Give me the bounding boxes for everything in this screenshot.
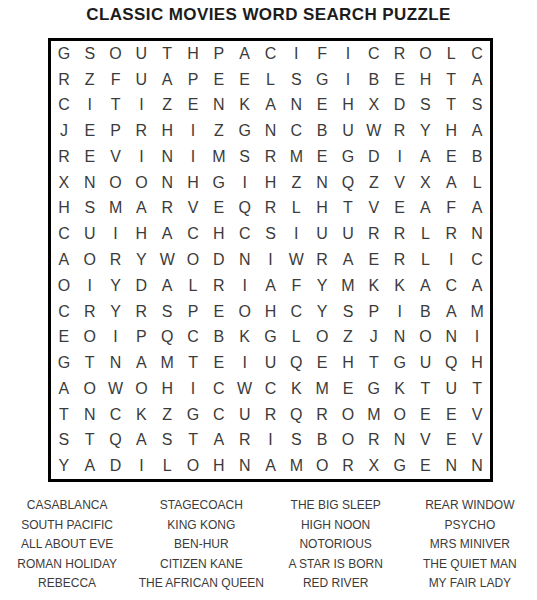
grid-cell-r1c8: A bbox=[232, 41, 258, 67]
grid-cell-r9c16: I bbox=[438, 247, 464, 273]
grid-cell-r1c15: O bbox=[413, 41, 439, 67]
grid-cell-r10c16: C bbox=[438, 273, 464, 299]
grid-cell-r6c13: Z bbox=[361, 170, 387, 196]
grid-cell-r1c10: I bbox=[283, 41, 309, 67]
grid-cell-r11c10: C bbox=[283, 299, 309, 325]
grid-cell-r9c1: A bbox=[51, 247, 77, 273]
grid-cell-r8c17: N bbox=[464, 221, 490, 247]
grid-cell-r17c16: N bbox=[438, 453, 464, 479]
grid-cell-r13c9: U bbox=[258, 350, 284, 376]
grid-cell-r1c9: C bbox=[258, 41, 284, 67]
word-list-item: PSYCHO bbox=[403, 516, 537, 536]
word-list-item: THE QUIET MAN bbox=[403, 555, 537, 575]
grid-cell-r7c9: R bbox=[258, 196, 284, 222]
grid-cell-r2c4: U bbox=[128, 67, 154, 93]
grid-cell-r17c5: L bbox=[154, 453, 180, 479]
grid-cell-r15c17: V bbox=[464, 402, 490, 428]
grid-cell-r10c12: M bbox=[335, 273, 361, 299]
grid-cell-r10c13: K bbox=[361, 273, 387, 299]
grid-cell-r8c4: H bbox=[128, 221, 154, 247]
grid-cell-r16c17: V bbox=[464, 427, 490, 453]
grid-cell-r10c6: L bbox=[180, 273, 206, 299]
grid-cell-r2c16: T bbox=[438, 67, 464, 93]
grid-cell-r12c14: N bbox=[387, 324, 413, 350]
grid-cell-r13c4: A bbox=[128, 350, 154, 376]
grid-cell-r9c9: I bbox=[258, 247, 284, 273]
grid-cell-r6c3: O bbox=[103, 170, 129, 196]
grid-cell-r14c5: H bbox=[154, 376, 180, 402]
grid-cell-r4c16: H bbox=[438, 118, 464, 144]
grid-cell-r8c2: U bbox=[77, 221, 103, 247]
grid-cell-r7c14: E bbox=[387, 196, 413, 222]
grid-cell-r11c3: Y bbox=[103, 299, 129, 325]
grid-cell-r16c2: T bbox=[77, 427, 103, 453]
grid-cell-r12c1: E bbox=[51, 324, 77, 350]
grid-cell-r2c9: L bbox=[258, 67, 284, 93]
grid-cell-r7c13: V bbox=[361, 196, 387, 222]
grid-cell-r11c6: P bbox=[180, 299, 206, 325]
grid-cell-r4c2: E bbox=[77, 118, 103, 144]
grid-cell-r16c4: A bbox=[128, 427, 154, 453]
grid-cell-r6c1: X bbox=[51, 170, 77, 196]
grid-cell-r17c17: N bbox=[464, 453, 490, 479]
grid-cell-r9c7: D bbox=[206, 247, 232, 273]
grid-cell-r10c5: A bbox=[154, 273, 180, 299]
grid-cell-r17c3: D bbox=[103, 453, 129, 479]
grid-cell-r8c15: L bbox=[413, 221, 439, 247]
grid-cell-r12c6: C bbox=[180, 324, 206, 350]
grid-cell-r17c6: O bbox=[180, 453, 206, 479]
grid-cell-r3c7: N bbox=[206, 93, 232, 119]
grid-cell-r4c7: Z bbox=[206, 118, 232, 144]
grid-cell-r15c3: C bbox=[103, 402, 129, 428]
grid-cell-r8c5: A bbox=[154, 221, 180, 247]
grid-cell-r5c17: B bbox=[464, 144, 490, 170]
grid-cell-r12c12: Z bbox=[335, 324, 361, 350]
word-list-item: BEN-HUR bbox=[134, 535, 268, 555]
grid-cell-r3c6: E bbox=[180, 93, 206, 119]
grid-cell-r1c4: U bbox=[128, 41, 154, 67]
grid-cell-r16c9: I bbox=[258, 427, 284, 453]
grid-cell-r8c12: U bbox=[335, 221, 361, 247]
grid-cell-r17c12: R bbox=[335, 453, 361, 479]
grid-cell-r1c5: T bbox=[154, 41, 180, 67]
grid-cell-r4c8: G bbox=[232, 118, 258, 144]
grid-cell-r9c5: W bbox=[154, 247, 180, 273]
grid-cell-r6c4: O bbox=[128, 170, 154, 196]
grid-cell-r15c6: G bbox=[180, 402, 206, 428]
grid-cell-r4c4: R bbox=[128, 118, 154, 144]
grid-cell-r16c16: E bbox=[438, 427, 464, 453]
grid-cell-r11c9: H bbox=[258, 299, 284, 325]
word-list-column-1: CASABLANCASOUTH PACIFICALL ABOUT EVEROMA… bbox=[0, 496, 134, 594]
grid-cell-r7c5: R bbox=[154, 196, 180, 222]
grid-cell-r9c8: N bbox=[232, 247, 258, 273]
grid-cell-r14c3: W bbox=[103, 376, 129, 402]
grid-cell-r2c17: A bbox=[464, 67, 490, 93]
grid-cell-r16c5: S bbox=[154, 427, 180, 453]
grid-cell-r16c13: R bbox=[361, 427, 387, 453]
grid-cell-r6c7: G bbox=[206, 170, 232, 196]
grid-cell-r17c15: E bbox=[413, 453, 439, 479]
grid-cell-r5c5: N bbox=[154, 144, 180, 170]
word-list-item: REBECCA bbox=[0, 574, 134, 594]
grid-cell-r16c7: A bbox=[206, 427, 232, 453]
grid-cell-r7c6: V bbox=[180, 196, 206, 222]
grid-cell-r7c16: F bbox=[438, 196, 464, 222]
grid-cell-r1c13: C bbox=[361, 41, 387, 67]
grid-cell-r11c13: P bbox=[361, 299, 387, 325]
grid-cell-r2c7: E bbox=[206, 67, 232, 93]
grid-cell-r9c2: O bbox=[77, 247, 103, 273]
grid-cell-r3c13: X bbox=[361, 93, 387, 119]
grid-cell-r15c15: E bbox=[413, 402, 439, 428]
grid-cell-r16c12: O bbox=[335, 427, 361, 453]
grid-cell-r8c7: H bbox=[206, 221, 232, 247]
grid-cell-r7c15: A bbox=[413, 196, 439, 222]
grid-cell-r15c16: E bbox=[438, 402, 464, 428]
grid-cell-r4c12: U bbox=[335, 118, 361, 144]
grid-cell-r11c5: S bbox=[154, 299, 180, 325]
grid-cell-r2c6: P bbox=[180, 67, 206, 93]
grid-cell-r7c12: T bbox=[335, 196, 361, 222]
word-list-item: KING KONG bbox=[134, 516, 268, 536]
grid-cell-r1c7: P bbox=[206, 41, 232, 67]
grid-cell-r8c11: U bbox=[309, 221, 335, 247]
grid-cell-r13c10: Q bbox=[283, 350, 309, 376]
grid-cell-r17c4: I bbox=[128, 453, 154, 479]
grid-cell-r6c10: Z bbox=[283, 170, 309, 196]
grid-cell-r10c14: K bbox=[387, 273, 413, 299]
grid-cell-r14c4: O bbox=[128, 376, 154, 402]
grid-cell-r8c1: C bbox=[51, 221, 77, 247]
grid-cell-r11c16: A bbox=[438, 299, 464, 325]
grid-cell-r8c10: I bbox=[283, 221, 309, 247]
grid-cell-r7c2: S bbox=[77, 196, 103, 222]
grid-cell-r4c3: P bbox=[103, 118, 129, 144]
grid-cell-r13c7: E bbox=[206, 350, 232, 376]
grid-cell-r10c17: A bbox=[464, 273, 490, 299]
word-list-item: CASABLANCA bbox=[0, 496, 134, 516]
grid-cell-r11c11: Y bbox=[309, 299, 335, 325]
grid-cell-r7c1: H bbox=[51, 196, 77, 222]
word-list-column-4: REAR WINDOWPSYCHOMRS MINIVERTHE QUIET MA… bbox=[403, 496, 537, 594]
grid-cell-r8c9: S bbox=[258, 221, 284, 247]
grid-cell-r13c13: T bbox=[361, 350, 387, 376]
grid-cell-r9c15: L bbox=[413, 247, 439, 273]
grid-cell-r2c2: Z bbox=[77, 67, 103, 93]
grid-cell-r2c13: B bbox=[361, 67, 387, 93]
grid-cell-r8c6: C bbox=[180, 221, 206, 247]
grid-cell-r11c15: B bbox=[413, 299, 439, 325]
grid-cell-r14c7: C bbox=[206, 376, 232, 402]
grid-cell-r15c12: O bbox=[335, 402, 361, 428]
grid-cell-r5c9: R bbox=[258, 144, 284, 170]
grid-cell-r6c15: X bbox=[413, 170, 439, 196]
word-list-item: RED RIVER bbox=[269, 574, 403, 594]
grid-cell-r14c9: C bbox=[258, 376, 284, 402]
grid-cell-r9c12: A bbox=[335, 247, 361, 273]
word-search-grid: GSOUTHPACIFICROLCRZFUAPEELSGIBEHTACITIZE… bbox=[48, 38, 493, 482]
grid-cell-r7c17: A bbox=[464, 196, 490, 222]
word-list-item: ROMAN HOLIDAY bbox=[0, 555, 134, 575]
grid-cell-r17c8: N bbox=[232, 453, 258, 479]
grid-cell-r9c10: W bbox=[283, 247, 309, 273]
grid-cell-r6c6: H bbox=[180, 170, 206, 196]
grid-cell-r12c7: B bbox=[206, 324, 232, 350]
grid-cell-r2c3: F bbox=[103, 67, 129, 93]
grid-cell-r9c4: Y bbox=[128, 247, 154, 273]
word-list-column-2: STAGECOACHKING KONGBEN-HURCITIZEN KANETH… bbox=[134, 496, 268, 594]
grid-cell-r5c6: I bbox=[180, 144, 206, 170]
grid-cell-r17c14: G bbox=[387, 453, 413, 479]
grid-cell-r7c3: M bbox=[103, 196, 129, 222]
grid-cell-r9c11: R bbox=[309, 247, 335, 273]
grid-cell-r6c17: L bbox=[464, 170, 490, 196]
grid-cell-r15c8: U bbox=[232, 402, 258, 428]
grid-cell-r14c17: T bbox=[464, 376, 490, 402]
grid-cell-r10c7: R bbox=[206, 273, 232, 299]
word-list-item: MRS MINIVER bbox=[403, 535, 537, 555]
grid-cell-r1c3: O bbox=[103, 41, 129, 67]
grid-cell-r16c1: S bbox=[51, 427, 77, 453]
grid-cell-r6c9: H bbox=[258, 170, 284, 196]
grid-cell-r4c11: B bbox=[309, 118, 335, 144]
grid-cell-r5c15: A bbox=[413, 144, 439, 170]
page-title: CLASSIC MOVIES WORD SEARCH PUZZLE bbox=[0, 5, 537, 25]
grid-cell-r8c14: R bbox=[387, 221, 413, 247]
grid-cell-r15c14: O bbox=[387, 402, 413, 428]
grid-cell-r11c2: R bbox=[77, 299, 103, 325]
word-list-item: NOTORIOUS bbox=[269, 535, 403, 555]
grid-cell-r2c15: H bbox=[413, 67, 439, 93]
grid-cell-r5c13: D bbox=[361, 144, 387, 170]
word-list-item: HIGH NOON bbox=[269, 516, 403, 536]
word-list-item: SOUTH PACIFIC bbox=[0, 516, 134, 536]
grid-cell-r11c7: E bbox=[206, 299, 232, 325]
grid-cell-r4c17: A bbox=[464, 118, 490, 144]
grid-cell-r10c15: A bbox=[413, 273, 439, 299]
grid-cell-r5c16: E bbox=[438, 144, 464, 170]
grid-cell-r14c11: M bbox=[309, 376, 335, 402]
grid-cell-r17c13: X bbox=[361, 453, 387, 479]
grid-cell-r5c11: E bbox=[309, 144, 335, 170]
grid-cell-r13c14: G bbox=[387, 350, 413, 376]
grid-cell-r9c6: O bbox=[180, 247, 206, 273]
grid-cell-r16c11: B bbox=[309, 427, 335, 453]
grid-cell-r4c14: R bbox=[387, 118, 413, 144]
grid-cell-r14c10: K bbox=[283, 376, 309, 402]
grid-cell-r1c12: I bbox=[335, 41, 361, 67]
grid-cell-r6c14: V bbox=[387, 170, 413, 196]
grid-cell-r6c12: Q bbox=[335, 170, 361, 196]
grid-cell-r7c8: Q bbox=[232, 196, 258, 222]
grid-cell-r12c11: O bbox=[309, 324, 335, 350]
grid-cell-r6c2: N bbox=[77, 170, 103, 196]
grid-cell-r12c10: L bbox=[283, 324, 309, 350]
grid-cell-r1c1: G bbox=[51, 41, 77, 67]
grid-cell-r16c15: V bbox=[413, 427, 439, 453]
grid-cell-r13c16: Q bbox=[438, 350, 464, 376]
grid-cell-r12c3: I bbox=[103, 324, 129, 350]
grid-cell-r4c5: H bbox=[154, 118, 180, 144]
grid-cell-r12c4: P bbox=[128, 324, 154, 350]
grid-cell-r1c11: F bbox=[309, 41, 335, 67]
grid-cell-r12c17: I bbox=[464, 324, 490, 350]
grid-cell-r11c4: R bbox=[128, 299, 154, 325]
grid-cell-r4c1: J bbox=[51, 118, 77, 144]
grid-cell-r16c10: S bbox=[283, 427, 309, 453]
grid-cell-r14c2: O bbox=[77, 376, 103, 402]
grid-cell-r10c1: O bbox=[51, 273, 77, 299]
grid-cell-r2c10: S bbox=[283, 67, 309, 93]
grid-cell-r13c11: E bbox=[309, 350, 335, 376]
grid-cell-r5c2: E bbox=[77, 144, 103, 170]
word-list-item: THE BIG SLEEP bbox=[269, 496, 403, 516]
grid-cell-r3c3: T bbox=[103, 93, 129, 119]
grid-cell-r7c4: A bbox=[128, 196, 154, 222]
grid-cell-r10c4: D bbox=[128, 273, 154, 299]
grid-cell-r14c14: K bbox=[387, 376, 413, 402]
grid-cell-r5c3: V bbox=[103, 144, 129, 170]
grid-cell-r13c12: H bbox=[335, 350, 361, 376]
word-list-column-3: THE BIG SLEEPHIGH NOONNOTORIOUSA STAR IS… bbox=[269, 496, 403, 594]
grid-cell-r15c7: C bbox=[206, 402, 232, 428]
grid-cell-r8c16: R bbox=[438, 221, 464, 247]
grid-cell-r13c6: T bbox=[180, 350, 206, 376]
grid-cell-r13c1: G bbox=[51, 350, 77, 376]
word-list: CASABLANCASOUTH PACIFICALL ABOUT EVEROMA… bbox=[0, 496, 537, 594]
grid-cell-r9c13: E bbox=[361, 247, 387, 273]
grid-cell-r9c3: R bbox=[103, 247, 129, 273]
grid-cell-r7c10: L bbox=[283, 196, 309, 222]
grid-cell-r7c7: E bbox=[206, 196, 232, 222]
grid-cell-r4c10: C bbox=[283, 118, 309, 144]
grid-cell-r16c3: Q bbox=[103, 427, 129, 453]
grid-cell-r3c9: A bbox=[258, 93, 284, 119]
grid-cell-r1c6: H bbox=[180, 41, 206, 67]
grid-cell-r6c11: N bbox=[309, 170, 335, 196]
grid-cell-r14c16: U bbox=[438, 376, 464, 402]
grid-cell-r3c2: I bbox=[77, 93, 103, 119]
grid-cell-r17c11: O bbox=[309, 453, 335, 479]
grid-cell-r3c14: D bbox=[387, 93, 413, 119]
grid-cell-r15c2: N bbox=[77, 402, 103, 428]
grid-cell-r16c8: R bbox=[232, 427, 258, 453]
grid-cell-r15c13: M bbox=[361, 402, 387, 428]
grid-cell-r3c4: I bbox=[128, 93, 154, 119]
grid-cell-r13c3: N bbox=[103, 350, 129, 376]
grid-cell-r14c8: W bbox=[232, 376, 258, 402]
grid-cell-r15c5: Z bbox=[154, 402, 180, 428]
word-list-item: MY FAIR LADY bbox=[403, 574, 537, 594]
grid-cell-r15c11: R bbox=[309, 402, 335, 428]
grid-cell-r12c16: N bbox=[438, 324, 464, 350]
grid-cell-r1c16: L bbox=[438, 41, 464, 67]
word-list-item: THE AFRICAN QUEEN bbox=[134, 574, 268, 594]
grid-cell-r17c10: M bbox=[283, 453, 309, 479]
grid-cell-r11c12: S bbox=[335, 299, 361, 325]
grid-cell-r15c10: Q bbox=[283, 402, 309, 428]
grid-cell-r5c12: G bbox=[335, 144, 361, 170]
grid-cell-r2c11: G bbox=[309, 67, 335, 93]
grid-cell-r4c13: W bbox=[361, 118, 387, 144]
grid-cell-r4c15: Y bbox=[413, 118, 439, 144]
grid-cell-r3c15: S bbox=[413, 93, 439, 119]
grid-cell-r10c3: Y bbox=[103, 273, 129, 299]
grid-cell-r4c9: N bbox=[258, 118, 284, 144]
grid-cell-r2c8: E bbox=[232, 67, 258, 93]
grid-cell-r5c8: S bbox=[232, 144, 258, 170]
word-list-item: ALL ABOUT EVE bbox=[0, 535, 134, 555]
grid-cell-r15c9: R bbox=[258, 402, 284, 428]
grid-cell-r8c3: I bbox=[103, 221, 129, 247]
grid-cell-r12c15: O bbox=[413, 324, 439, 350]
grid-cell-r14c1: A bbox=[51, 376, 77, 402]
grid-cell-r13c8: I bbox=[232, 350, 258, 376]
grid-cell-r17c7: H bbox=[206, 453, 232, 479]
grid-cell-r3c17: S bbox=[464, 93, 490, 119]
grid-cell-r15c1: T bbox=[51, 402, 77, 428]
grid-cell-r5c14: I bbox=[387, 144, 413, 170]
grid-cell-r1c14: R bbox=[387, 41, 413, 67]
grid-cell-r12c13: J bbox=[361, 324, 387, 350]
grid-cell-r12c8: K bbox=[232, 324, 258, 350]
grid-cell-r14c12: E bbox=[335, 376, 361, 402]
grid-cell-r13c17: H bbox=[464, 350, 490, 376]
grid-cell-r5c4: I bbox=[128, 144, 154, 170]
grid-cell-r11c1: C bbox=[51, 299, 77, 325]
grid-cell-r14c15: T bbox=[413, 376, 439, 402]
grid-cell-r1c2: S bbox=[77, 41, 103, 67]
grid-cell-r14c13: G bbox=[361, 376, 387, 402]
grid-cell-r6c5: N bbox=[154, 170, 180, 196]
grid-cell-r3c1: C bbox=[51, 93, 77, 119]
grid-cell-r16c14: N bbox=[387, 427, 413, 453]
grid-cell-r16c6: T bbox=[180, 427, 206, 453]
word-list-item: REAR WINDOW bbox=[403, 496, 537, 516]
grid-cell-r7c11: H bbox=[309, 196, 335, 222]
grid-cell-r10c9: A bbox=[258, 273, 284, 299]
grid-cell-r11c8: O bbox=[232, 299, 258, 325]
word-list-item: STAGECOACH bbox=[134, 496, 268, 516]
grid-cell-r10c8: I bbox=[232, 273, 258, 299]
grid-cell-r3c8: K bbox=[232, 93, 258, 119]
word-list-item: A STAR IS BORN bbox=[269, 555, 403, 575]
grid-cell-r11c14: I bbox=[387, 299, 413, 325]
grid-cell-r13c2: T bbox=[77, 350, 103, 376]
grid-cell-r8c8: C bbox=[232, 221, 258, 247]
grid-cell-r2c1: R bbox=[51, 67, 77, 93]
grid-cell-r13c15: U bbox=[413, 350, 439, 376]
grid-cell-r10c10: F bbox=[283, 273, 309, 299]
grid-cell-r9c14: R bbox=[387, 247, 413, 273]
grid-cell-r13c5: M bbox=[154, 350, 180, 376]
grid-cell-r14c6: I bbox=[180, 376, 206, 402]
grid-cell-r10c2: I bbox=[77, 273, 103, 299]
grid-cell-r3c10: N bbox=[283, 93, 309, 119]
grid-cell-r12c9: G bbox=[258, 324, 284, 350]
grid-cell-r8c13: R bbox=[361, 221, 387, 247]
grid-cell-r12c2: O bbox=[77, 324, 103, 350]
grid-cell-r3c16: T bbox=[438, 93, 464, 119]
grid-cell-r6c16: A bbox=[438, 170, 464, 196]
grid-cell-r17c1: Y bbox=[51, 453, 77, 479]
grid-cell-r4c6: I bbox=[180, 118, 206, 144]
grid-cell-r2c5: A bbox=[154, 67, 180, 93]
grid-cell-r3c12: H bbox=[335, 93, 361, 119]
grid-cell-r11c17: M bbox=[464, 299, 490, 325]
